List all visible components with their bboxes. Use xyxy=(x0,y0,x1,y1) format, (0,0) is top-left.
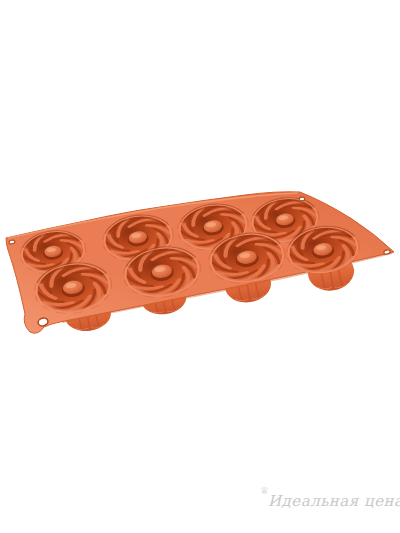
mold-cavities xyxy=(17,193,364,319)
product-photo xyxy=(0,0,400,533)
corner-hole-back-left xyxy=(9,240,16,245)
corner-hole-back-right xyxy=(299,197,305,201)
silicone-mold-image xyxy=(0,0,400,533)
